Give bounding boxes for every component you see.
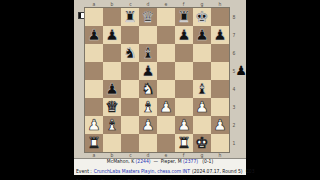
event-line: Event :CrunchLabs Masters Playin, chess.… xyxy=(74,169,246,174)
square-a7: ♟ xyxy=(85,26,103,44)
white-knight-d4: ♞ xyxy=(141,80,154,98)
file-label-text: b xyxy=(111,153,114,157)
white-king-g1: ♚ xyxy=(195,134,208,152)
file-label-text: e xyxy=(165,2,168,6)
square-g4: ♝ xyxy=(193,80,211,98)
square-h2: ♟ xyxy=(211,116,229,134)
square-c3 xyxy=(121,98,139,116)
square-a2: ♟ xyxy=(85,116,103,134)
square-e6 xyxy=(157,44,175,62)
board-frame: abcdefgh ♜♛♜♚♟♟♟♟♟♞♝♟♟♞♝♛♝♟♟♟♝♟♟♟♜♜♚ 876… xyxy=(74,0,246,175)
square-c1 xyxy=(121,134,139,152)
file-label-e: e xyxy=(157,0,175,8)
square-d5: ♟ xyxy=(139,62,157,80)
black-king-g8: ♚ xyxy=(195,8,208,26)
square-e3: ♟ xyxy=(157,98,175,116)
black-player-name: Pieper, M xyxy=(161,159,182,164)
square-h1 xyxy=(211,134,229,152)
square-f4 xyxy=(175,80,193,98)
square-h5 xyxy=(211,62,229,80)
square-b8 xyxy=(103,8,121,26)
black-pawn-h7: ♟ xyxy=(213,26,226,44)
square-g1: ♚ xyxy=(193,134,211,152)
white-pawn-e3: ♟ xyxy=(159,98,172,116)
black-rook-f8: ♜ xyxy=(177,8,190,26)
file-label-text: e xyxy=(165,153,168,157)
side-to-move-indicator xyxy=(78,12,85,19)
white-queen-b3: ♛ xyxy=(105,98,118,116)
square-d4: ♞ xyxy=(139,80,157,98)
square-d2: ♟ xyxy=(139,116,157,134)
rank-label-text: 4 xyxy=(233,87,236,91)
file-label-text: b xyxy=(111,2,114,6)
black-queen-d8: ♛ xyxy=(141,8,154,26)
black-pawn-d5: ♟ xyxy=(141,62,154,80)
white-player-name: McMahon, K xyxy=(107,159,134,164)
file-label-text: c xyxy=(129,153,131,157)
next-move: Next: 14. ...Bh3 xyxy=(101,179,136,180)
black-pawn-f7: ♟ xyxy=(177,26,190,44)
square-d8: ♛ xyxy=(139,8,157,26)
square-c7 xyxy=(121,26,139,44)
file-label-text: g xyxy=(201,2,204,6)
file-label-g: g xyxy=(193,0,211,8)
square-e5 xyxy=(157,62,175,80)
square-h8 xyxy=(211,8,229,26)
square-h4 xyxy=(211,80,229,98)
square-b1 xyxy=(103,134,121,152)
square-d7 xyxy=(139,26,157,44)
current-move: 14. g3 xyxy=(76,179,90,180)
square-g5 xyxy=(193,62,211,80)
square-g6 xyxy=(193,44,211,62)
square-f7: ♟ xyxy=(175,26,193,44)
rank-label-4: 4 xyxy=(229,80,239,98)
event-link[interactable]: CrunchLabs Masters Playin, chess.com INT xyxy=(94,169,190,174)
rank-label-1: 1 xyxy=(229,134,239,152)
square-a4 xyxy=(85,80,103,98)
square-b5 xyxy=(103,62,121,80)
white-bishop-d3: ♝ xyxy=(141,98,154,116)
rank-labels-right: 87654321 xyxy=(229,8,239,152)
square-c6: ♞ xyxy=(121,44,139,62)
file-label-c: c xyxy=(121,0,139,8)
black-pawn-a7: ♟ xyxy=(87,26,100,44)
event-label: Event : xyxy=(76,169,92,174)
black-pawn-b4: ♟ xyxy=(105,80,118,98)
players-separator: — xyxy=(153,159,158,164)
file-labels-top: abcdefgh xyxy=(85,0,229,8)
file-label-text: c xyxy=(129,2,131,6)
rank-label-3: 3 xyxy=(229,98,239,116)
white-rook-f1: ♜ xyxy=(177,134,190,152)
black-pawn-b7: ♟ xyxy=(105,26,118,44)
square-h7: ♟ xyxy=(211,26,229,44)
rank-label-text: 3 xyxy=(233,105,236,109)
square-a5 xyxy=(85,62,103,80)
info-bar: McMahon, K (2244) — Pieper, M (2377) (0-… xyxy=(74,158,246,175)
black-rook-c8: ♜ xyxy=(123,8,136,26)
square-g3: ♟ xyxy=(193,98,211,116)
event-detail: (2024.07.17, Round 5) xyxy=(192,169,243,174)
square-f8: ♜ xyxy=(175,8,193,26)
white-pawn-g3: ♟ xyxy=(195,98,208,116)
square-d1 xyxy=(139,134,157,152)
file-label-text: a xyxy=(93,153,96,157)
white-pawn-f2: ♟ xyxy=(177,116,190,134)
black-knight-c6: ♞ xyxy=(123,44,136,62)
square-f1: ♜ xyxy=(175,134,193,152)
file-label-b: b xyxy=(103,0,121,8)
rank-label-text: 1 xyxy=(233,141,236,145)
square-b6 xyxy=(103,44,121,62)
square-c5 xyxy=(121,62,139,80)
square-e8 xyxy=(157,8,175,26)
letterbox-left xyxy=(0,0,74,180)
file-label-text: h xyxy=(219,2,222,6)
square-a3 xyxy=(85,98,103,116)
rank-label-6: 6 xyxy=(229,44,239,62)
file-label-text: f xyxy=(183,2,185,6)
captured-pawn-icon: ♟ xyxy=(234,62,248,80)
square-c8: ♜ xyxy=(121,8,139,26)
square-a8 xyxy=(85,8,103,26)
file-label-d: d xyxy=(139,0,157,8)
file-label-text: a xyxy=(93,2,96,6)
move-status-line: 14. g3Next: 14. ...Bh3Length: 29Material… xyxy=(74,179,246,180)
square-h6 xyxy=(211,44,229,62)
game-result: (0-1) xyxy=(202,159,213,164)
file-label-text: f xyxy=(183,153,185,157)
black-bishop-d6: ♝ xyxy=(141,44,154,62)
square-b3: ♛ xyxy=(103,98,121,116)
square-f2: ♟ xyxy=(175,116,193,134)
rank-label-text: 8 xyxy=(233,15,236,19)
file-label-text: d xyxy=(147,153,150,157)
black-bishop-g4: ♝ xyxy=(195,80,208,98)
square-c4 xyxy=(121,80,139,98)
square-g7: ♟ xyxy=(193,26,211,44)
white-pawn-d2: ♟ xyxy=(141,116,154,134)
game-length: Length: 29 xyxy=(147,179,171,180)
square-b4: ♟ xyxy=(103,80,121,98)
square-h3 xyxy=(211,98,229,116)
file-label-a: a xyxy=(85,0,103,8)
file-label-h: h xyxy=(211,0,229,8)
file-label-text: d xyxy=(147,2,150,6)
white-bishop-b2: ♝ xyxy=(105,116,118,134)
black-player-rating: (2377) xyxy=(183,159,198,164)
file-label-f: f xyxy=(175,0,193,8)
square-e2 xyxy=(157,116,175,134)
white-player-rating: (2244) xyxy=(136,159,151,164)
square-f5 xyxy=(175,62,193,80)
letterbox-right xyxy=(246,0,320,180)
white-pawn-a2: ♟ xyxy=(87,116,100,134)
material-balance: Material: -1 xyxy=(183,179,209,180)
square-g2 xyxy=(193,116,211,134)
file-label-text: h xyxy=(219,153,222,157)
square-b2: ♝ xyxy=(103,116,121,134)
square-g8: ♚ xyxy=(193,8,211,26)
square-e7 xyxy=(157,26,175,44)
square-c2 xyxy=(121,116,139,134)
square-e1 xyxy=(157,134,175,152)
black-pawn-g7: ♟ xyxy=(195,26,208,44)
square-d6: ♝ xyxy=(139,44,157,62)
rank-label-text: 6 xyxy=(233,51,236,55)
square-f6 xyxy=(175,44,193,62)
rank-label-2: 2 xyxy=(229,116,239,134)
white-pawn-h2: ♟ xyxy=(213,116,226,134)
rank-label-8: 8 xyxy=(229,8,239,26)
square-d3: ♝ xyxy=(139,98,157,116)
rank-label-text: 2 xyxy=(233,123,236,127)
board: ♜♛♜♚♟♟♟♟♟♞♝♟♟♞♝♛♝♟♟♟♝♟♟♟♜♜♚ xyxy=(85,8,229,152)
square-b7: ♟ xyxy=(103,26,121,44)
players-line: McMahon, K (2244) — Pieper, M (2377) (0-… xyxy=(74,159,246,164)
square-a1: ♜ xyxy=(85,134,103,152)
file-label-text: g xyxy=(201,153,204,157)
square-a6 xyxy=(85,44,103,62)
rank-label-text: 7 xyxy=(233,33,236,37)
white-rook-a1: ♜ xyxy=(87,134,100,152)
event-eco-code: C03 xyxy=(246,169,255,174)
rank-label-7: 7 xyxy=(229,26,239,44)
square-e4 xyxy=(157,80,175,98)
square-f3 xyxy=(175,98,193,116)
